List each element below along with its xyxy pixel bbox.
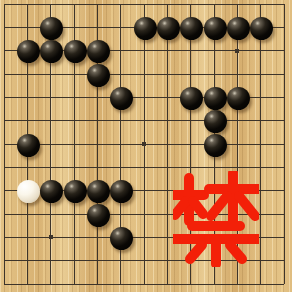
black-stone: [110, 87, 133, 110]
black-stone: [180, 17, 203, 40]
black-stone: [64, 40, 87, 63]
black-stone: [17, 134, 40, 157]
black-stone: [227, 17, 250, 40]
black-stone: [227, 87, 250, 110]
black-stone: [204, 110, 227, 133]
black-stone: [87, 40, 110, 63]
black-stone: [110, 227, 133, 250]
black-stone: [64, 180, 87, 203]
forbidden-glyph-strokes: [173, 171, 259, 267]
white-stone: [17, 180, 40, 203]
black-stone: [87, 180, 110, 203]
black-stone: [204, 87, 227, 110]
black-stone: [87, 204, 110, 227]
black-stone: [250, 17, 273, 40]
forbidden-character: 禁: [173, 171, 259, 267]
black-stone: [180, 87, 203, 110]
black-stone: [204, 17, 227, 40]
black-stone: [204, 134, 227, 157]
go-board[interactable]: 禁: [0, 0, 292, 292]
black-stone: [17, 40, 40, 63]
black-stone: [40, 17, 63, 40]
black-stone: [157, 17, 180, 40]
black-stone: [134, 17, 157, 40]
black-stone: [87, 64, 110, 87]
